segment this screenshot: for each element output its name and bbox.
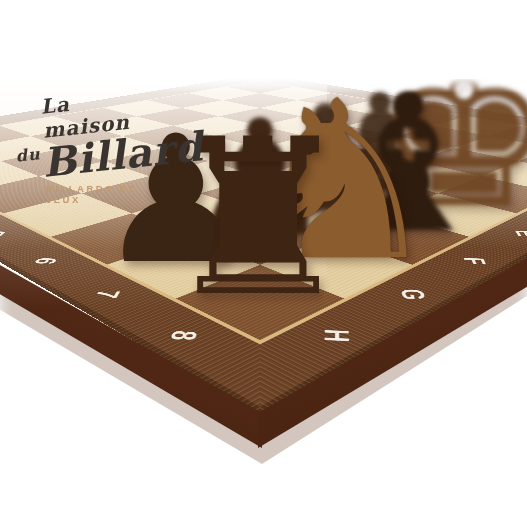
rank-label-5: 5 — [0, 230, 12, 236]
logo-line2: duBillard — [14, 126, 168, 188]
white-background-band — [0, 0, 527, 79]
rank-label-6: 6 — [27, 257, 64, 264]
logo-du: du — [15, 144, 42, 165]
logo-tagline: BILLARDS ET JEUX — [46, 183, 164, 205]
brand-logo: La maison duBillard BILLARDS ET JEUX — [14, 90, 164, 205]
product-photo-scene: ABCDEFGH12345678 ♟ ♚ ♟ ♝ ♟ ♞ ♟ ♜ La mais… — [0, 0, 527, 527]
